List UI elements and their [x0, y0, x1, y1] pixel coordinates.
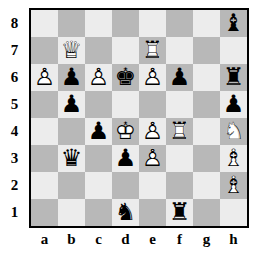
square-b5[interactable]: ♟	[58, 91, 85, 118]
square-c5[interactable]	[85, 91, 112, 118]
square-f4[interactable]: ♜♖	[166, 118, 193, 145]
square-g6[interactable]	[193, 64, 220, 91]
square-h2[interactable]: ♝♗	[220, 172, 247, 199]
square-f8[interactable]	[166, 10, 193, 37]
square-f1[interactable]: ♜	[166, 199, 193, 226]
board-frame: ♝♛♕♜♖♟♙♟♟♙♚♟♙♟♜♟♟♟♚♔♟♙♜♖♞♘♛♟♟♙♝♗♝♗♞♜	[29, 8, 249, 228]
square-h1[interactable]	[220, 199, 247, 226]
piece-outline-layer: ♗	[220, 145, 247, 172]
piece-white-pawn: ♟♙	[139, 64, 166, 91]
square-h8[interactable]: ♝	[220, 10, 247, 37]
square-b6[interactable]: ♟	[58, 64, 85, 91]
piece-white-knight: ♞♘	[220, 118, 247, 145]
square-h3[interactable]: ♝♗	[220, 145, 247, 172]
square-c2[interactable]	[85, 172, 112, 199]
piece-white-pawn: ♟♙	[139, 145, 166, 172]
piece-black-king: ♚	[112, 64, 139, 91]
square-d4[interactable]: ♚♔	[112, 118, 139, 145]
square-e6[interactable]: ♟♙	[139, 64, 166, 91]
square-e4[interactable]: ♟♙	[139, 118, 166, 145]
rank-label-3: 3	[0, 145, 29, 172]
square-e7[interactable]: ♜♖	[139, 37, 166, 64]
square-g5[interactable]	[193, 91, 220, 118]
square-g2[interactable]	[193, 172, 220, 199]
square-a5[interactable]	[31, 91, 58, 118]
square-b7[interactable]: ♛♕	[58, 37, 85, 64]
file-label-g: g	[193, 229, 220, 249]
piece-black-pawn: ♟	[112, 145, 139, 172]
square-h4[interactable]: ♞♘	[220, 118, 247, 145]
square-a3[interactable]	[31, 145, 58, 172]
square-g4[interactable]	[193, 118, 220, 145]
file-label-d: d	[112, 229, 139, 249]
piece-white-queen: ♛♕	[58, 37, 85, 64]
file-label-a: a	[31, 229, 58, 249]
square-a6[interactable]: ♟♙	[31, 64, 58, 91]
rank-label-4: 4	[0, 118, 29, 145]
file-label-e: e	[139, 229, 166, 249]
square-c7[interactable]	[85, 37, 112, 64]
square-b4[interactable]	[58, 118, 85, 145]
piece-outline-layer: ♖	[166, 118, 193, 145]
square-d7[interactable]	[112, 37, 139, 64]
square-h7[interactable]	[220, 37, 247, 64]
square-c4[interactable]: ♟	[85, 118, 112, 145]
piece-outline-layer: ♙	[139, 118, 166, 145]
piece-black-pawn: ♟	[85, 118, 112, 145]
square-f6[interactable]: ♟	[166, 64, 193, 91]
square-f5[interactable]	[166, 91, 193, 118]
square-e5[interactable]	[139, 91, 166, 118]
piece-outline-layer: ♙	[139, 64, 166, 91]
piece-white-pawn: ♟♙	[85, 64, 112, 91]
piece-outline-layer: ♙	[139, 145, 166, 172]
square-d6[interactable]: ♚	[112, 64, 139, 91]
square-b8[interactable]	[58, 10, 85, 37]
piece-white-pawn: ♟♙	[139, 118, 166, 145]
piece-white-bishop: ♝♗	[220, 172, 247, 199]
square-g1[interactable]	[193, 199, 220, 226]
square-d1[interactable]: ♞	[112, 199, 139, 226]
rank-label-1: 1	[0, 199, 29, 226]
square-d8[interactable]	[112, 10, 139, 37]
piece-white-rook: ♜♖	[166, 118, 193, 145]
piece-outline-layer: ♕	[58, 37, 85, 64]
square-e2[interactable]	[139, 172, 166, 199]
square-h5[interactable]: ♟	[220, 91, 247, 118]
piece-black-pawn: ♟	[58, 91, 85, 118]
square-f7[interactable]	[166, 37, 193, 64]
square-c8[interactable]	[85, 10, 112, 37]
piece-white-rook: ♜♖	[139, 37, 166, 64]
square-f3[interactable]	[166, 145, 193, 172]
chess-board: ♝♛♕♜♖♟♙♟♟♙♚♟♙♟♜♟♟♟♚♔♟♙♜♖♞♘♛♟♟♙♝♗♝♗♞♜	[31, 10, 247, 226]
file-label-b: b	[58, 229, 85, 249]
square-c3[interactable]	[85, 145, 112, 172]
rank-labels: 87654321	[0, 10, 29, 226]
square-g3[interactable]	[193, 145, 220, 172]
rank-label-8: 8	[0, 10, 29, 37]
piece-black-queen: ♛	[58, 145, 85, 172]
piece-black-bishop: ♝	[220, 10, 247, 37]
rank-label-5: 5	[0, 91, 29, 118]
square-a1[interactable]	[31, 199, 58, 226]
piece-outline-layer: ♙	[85, 64, 112, 91]
square-e8[interactable]	[139, 10, 166, 37]
square-g8[interactable]	[193, 10, 220, 37]
square-f2[interactable]	[166, 172, 193, 199]
file-label-c: c	[85, 229, 112, 249]
square-a7[interactable]	[31, 37, 58, 64]
square-b1[interactable]	[58, 199, 85, 226]
square-h6[interactable]: ♜	[220, 64, 247, 91]
piece-black-pawn: ♟	[220, 91, 247, 118]
square-a2[interactable]	[31, 172, 58, 199]
piece-black-rook: ♜	[220, 64, 247, 91]
piece-black-pawn: ♟	[58, 64, 85, 91]
square-d2[interactable]	[112, 172, 139, 199]
piece-white-pawn: ♟♙	[31, 64, 58, 91]
piece-outline-layer: ♘	[220, 118, 247, 145]
square-g7[interactable]	[193, 37, 220, 64]
square-a4[interactable]	[31, 118, 58, 145]
piece-black-knight: ♞	[112, 199, 139, 226]
square-b3[interactable]: ♛	[58, 145, 85, 172]
piece-outline-layer: ♙	[31, 64, 58, 91]
piece-white-bishop: ♝♗	[220, 145, 247, 172]
square-a8[interactable]	[31, 10, 58, 37]
square-d5[interactable]	[112, 91, 139, 118]
piece-outline-layer: ♔	[112, 118, 139, 145]
square-c1[interactable]	[85, 199, 112, 226]
square-e3[interactable]: ♟♙	[139, 145, 166, 172]
rank-label-2: 2	[0, 172, 29, 199]
file-label-h: h	[220, 229, 247, 249]
rank-label-7: 7	[0, 37, 29, 64]
file-label-f: f	[166, 229, 193, 249]
square-e1[interactable]	[139, 199, 166, 226]
square-b2[interactable]	[58, 172, 85, 199]
piece-black-pawn: ♟	[166, 64, 193, 91]
piece-outline-layer: ♖	[139, 37, 166, 64]
piece-outline-layer: ♗	[220, 172, 247, 199]
chess-diagram: 87654321 ♝♛♕♜♖♟♙♟♟♙♚♟♙♟♜♟♟♟♚♔♟♙♜♖♞♘♛♟♟♙♝…	[0, 0, 256, 256]
square-d3[interactable]: ♟	[112, 145, 139, 172]
rank-label-6: 6	[0, 64, 29, 91]
file-labels: abcdefgh	[31, 229, 247, 249]
piece-white-king: ♚♔	[112, 118, 139, 145]
square-c6[interactable]: ♟♙	[85, 64, 112, 91]
piece-black-rook: ♜	[166, 199, 193, 226]
